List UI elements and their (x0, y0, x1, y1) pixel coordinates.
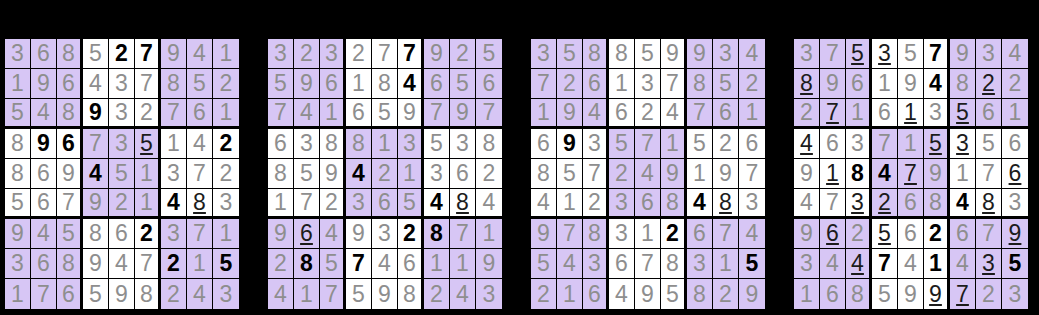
sudoku-cell: 6 (898, 189, 924, 219)
sudoku-cell: 4 (476, 189, 502, 219)
sudoku-cell: 5 (213, 249, 239, 279)
sudoku-cell: 1 (476, 219, 502, 249)
sudoku-cell: 1 (898, 99, 924, 129)
sudoku-cell: 8 (5, 159, 31, 189)
sudoku-cell: 5 (557, 39, 583, 69)
sudoku-cell: 2 (583, 189, 609, 219)
sudoku-cell: 7 (635, 249, 661, 279)
sudoku-cell: 7 (872, 249, 898, 279)
sudoku-cell: 2 (476, 159, 502, 189)
sudoku-cell: 3 (161, 219, 187, 249)
sudoku-cell: 4 (320, 219, 346, 249)
sudoku-cell: 5 (846, 39, 872, 69)
sudoku-cell: 1 (924, 249, 950, 279)
sudoku-cell: 4 (372, 249, 398, 279)
sudoku-cell: 9 (661, 159, 687, 189)
sudoku-cell: 9 (687, 39, 713, 69)
sudoku-cell: 8 (531, 159, 557, 189)
sudoku-cell: 8 (794, 69, 820, 99)
sudoku-cell: 6 (583, 69, 609, 99)
sudoku-cell: 8 (5, 129, 31, 159)
sudoku-cell: 7 (187, 159, 213, 189)
sudoku-cell: 7 (898, 159, 924, 189)
sudoku-cell: 7 (31, 279, 57, 309)
sudoku-cell: 9 (661, 39, 687, 69)
sudoku-cell: 1 (739, 99, 765, 129)
sudoku-cell: 8 (398, 279, 424, 309)
sudoku-cell: 4 (794, 189, 820, 219)
sudoku-cell: 8 (83, 219, 109, 249)
sudoku-cell: 4 (557, 249, 583, 279)
sudoku-cell: 8 (57, 99, 83, 129)
sudoku-cell: 7 (294, 189, 320, 219)
sudoku-cell: 1 (213, 219, 239, 249)
sudoku-cell: 5 (1002, 249, 1028, 279)
sudoku-cell: 6 (820, 279, 846, 309)
sudoku-cell: 9 (161, 39, 187, 69)
sudoku-cell: 3 (583, 129, 609, 159)
sudoku-cell: 2 (109, 39, 135, 69)
sudoku-cell: 5 (109, 159, 135, 189)
sudoku-cell: 1 (5, 69, 31, 99)
sudoku-cell: 9 (924, 159, 950, 189)
sudoku-cell: 1 (635, 219, 661, 249)
sudoku-cell: 6 (372, 189, 398, 219)
sudoku-cell: 2 (609, 159, 635, 189)
sudoku-cell: 6 (872, 99, 898, 129)
sudoku-cell: 8 (661, 249, 687, 279)
sudoku-cell: 1 (950, 159, 976, 189)
sudoku-cell: 7 (687, 99, 713, 129)
sudoku-cell: 1 (320, 99, 346, 129)
sudoku-cell: 1 (687, 159, 713, 189)
sudoku-cell: 7 (187, 219, 213, 249)
sudoku-cell: 8 (846, 279, 872, 309)
sudoku-cell: 3 (1002, 189, 1028, 219)
sudoku-cell: 4 (424, 189, 450, 219)
sudoku-cell: 5 (187, 69, 213, 99)
sudoku-cell: 4 (794, 129, 820, 159)
sudoku-cell: 6 (346, 99, 372, 129)
sudoku-cell: 9 (531, 219, 557, 249)
sudoku-cell: 4 (950, 249, 976, 279)
sudoku-cell: 1 (898, 129, 924, 159)
sudoku-cell: 4 (872, 159, 898, 189)
sudoku-cell: 6 (820, 219, 846, 249)
sudoku-cell: 4 (346, 159, 372, 189)
sudoku-cell: 8 (687, 69, 713, 99)
sudoku-cell: 5 (950, 99, 976, 129)
sudoku-cell: 7 (161, 99, 187, 129)
sudoku-cell: 3 (161, 159, 187, 189)
sudoku-cell: 6 (531, 129, 557, 159)
sudoku-cell: 6 (109, 219, 135, 249)
sudoku-cell: 9 (713, 159, 739, 189)
sudoku-cell: 2 (794, 99, 820, 129)
sudoku-cell: 6 (31, 39, 57, 69)
sudoku-cell: 2 (1002, 69, 1028, 99)
sudoku-cell: 3 (5, 249, 31, 279)
sudoku-cell: 5 (898, 39, 924, 69)
sudoku-cell: 9 (372, 279, 398, 309)
sudoku-cell: 5 (5, 99, 31, 129)
sudoku-cell: 6 (57, 279, 83, 309)
sudoku-cell: 6 (320, 69, 346, 99)
sudoku-cell: 7 (635, 129, 661, 159)
sudoku-cell: 2 (872, 189, 898, 219)
sudoku-cell: 3 (976, 39, 1002, 69)
sudoku-cell: 3 (635, 69, 661, 99)
sudoku-cell: 3 (320, 39, 346, 69)
sudoku-cell: 2 (739, 69, 765, 99)
sudoku-cell: 5 (609, 129, 635, 159)
sudoku-cell: 7 (372, 39, 398, 69)
sudoku-cell: 2 (320, 189, 346, 219)
sudoku-cell: 2 (846, 219, 872, 249)
sudoku-cell: 9 (346, 219, 372, 249)
sudoku-cell: 7 (924, 39, 950, 69)
sudoku-cell: 8 (187, 189, 213, 219)
sudoku-cell: 2 (213, 159, 239, 189)
sudoku-cell: 8 (268, 159, 294, 189)
sudoku-cell: 7 (424, 99, 450, 129)
sudoku-cell: 7 (976, 219, 1002, 249)
sudoku-cell: 9 (268, 219, 294, 249)
sudoku-cell: 2 (109, 189, 135, 219)
sudoku-cell: 6 (424, 69, 450, 99)
sudoku-cell: 2 (557, 69, 583, 99)
sudoku-cell: 9 (31, 69, 57, 99)
sudoku-cell: 6 (898, 219, 924, 249)
sudoku-cell: 9 (83, 99, 109, 129)
sudoku-cell: 2 (976, 279, 1002, 309)
sudoku-cell: 3 (846, 129, 872, 159)
sudoku-cell: 8 (583, 39, 609, 69)
sudoku-cell: 3 (346, 189, 372, 219)
sudoku-cell: 9 (820, 69, 846, 99)
sudoku-cell: 5 (83, 279, 109, 309)
sudoku-cell: 4 (1002, 39, 1028, 69)
sudoku-cell: 8 (161, 69, 187, 99)
sudoku-cell: 8 (846, 159, 872, 189)
sudoku-cell: 4 (83, 159, 109, 189)
sudoku-cell: 5 (976, 129, 1002, 159)
sudoku-cell: 4 (268, 279, 294, 309)
sudoku-cell: 9 (898, 279, 924, 309)
sudoku-cell: 4 (31, 219, 57, 249)
sudoku-cell: 6 (739, 129, 765, 159)
sudoku-cell: 6 (609, 99, 635, 129)
sudoku-grid-3: 3588599347261378521946247616935715268572… (529, 37, 767, 311)
sudoku-cell: 7 (583, 159, 609, 189)
sudoku-grid-2: 3232779255961846567416597976388135388594… (266, 37, 504, 311)
sudoku-cell: 3 (109, 129, 135, 159)
sudoku-cell: 5 (398, 189, 424, 219)
sudoku-cell: 3 (268, 39, 294, 69)
sudoku-cell: 4 (109, 249, 135, 279)
sudoku-cell: 7 (398, 39, 424, 69)
sudoku-cell: 4 (450, 279, 476, 309)
sudoku-cell: 2 (924, 219, 950, 249)
sudoku-cell: 6 (1002, 159, 1028, 189)
sudoku-cell: 2 (372, 159, 398, 189)
sudoku-cell: 4 (83, 69, 109, 99)
sudoku-cell: 1 (820, 159, 846, 189)
sudoku-cell: 4 (294, 99, 320, 129)
sudoku-cell: 3 (294, 129, 320, 159)
sudoku-cell: 3 (450, 129, 476, 159)
boards-row: 3685279411964378525489327618967351428694… (3, 37, 1030, 311)
sudoku-cell: 3 (687, 249, 713, 279)
sudoku-cell: 4 (398, 69, 424, 99)
sudoku-cell: 6 (31, 189, 57, 219)
sudoku-cell: 8 (135, 279, 161, 309)
sudoku-cell: 2 (135, 219, 161, 249)
sudoku-cell: 1 (161, 129, 187, 159)
sudoku-cell: 7 (557, 219, 583, 249)
sudoku-cell: 7 (83, 129, 109, 159)
sudoku-cell: 6 (31, 159, 57, 189)
sudoku-cell: 9 (557, 129, 583, 159)
sudoku-cell: 8 (450, 189, 476, 219)
sudoku-cell: 3 (794, 249, 820, 279)
sudoku-cell: 8 (57, 39, 83, 69)
sudoku-cell: 6 (976, 99, 1002, 129)
sudoku-cell: 5 (83, 39, 109, 69)
sudoku-cell: 3 (872, 39, 898, 69)
sudoku-cell: 2 (661, 219, 687, 249)
sudoku-cell: 7 (135, 249, 161, 279)
sudoku-cell: 5 (5, 189, 31, 219)
sudoku-cell: 1 (531, 99, 557, 129)
sudoku-cell: 1 (661, 129, 687, 159)
sudoku-cell: 3 (531, 39, 557, 69)
sudoku-cell: 5 (372, 99, 398, 129)
sudoku-cell: 5 (635, 39, 661, 69)
sudoku-cell: 5 (872, 279, 898, 309)
sudoku-cell: 7 (820, 99, 846, 129)
sudoku-cell: 5 (661, 279, 687, 309)
sudoku-cell: 8 (424, 219, 450, 249)
sudoku-cell: 3 (213, 189, 239, 219)
sudoku-cell: 5 (924, 129, 950, 159)
sudoku-cell: 1 (1002, 99, 1028, 129)
sudoku-cell: 2 (976, 69, 1002, 99)
sudoku-cell: 2 (135, 99, 161, 129)
sudoku-cell: 9 (31, 129, 57, 159)
sudoku-cell: 4 (187, 129, 213, 159)
sudoku-cell: 6 (713, 99, 739, 129)
sudoku-cell: 4 (187, 279, 213, 309)
sudoku-cell: 5 (476, 39, 502, 69)
sudoku-cell: 6 (268, 129, 294, 159)
sudoku-cell: 7 (531, 69, 557, 99)
sudoku-cell: 2 (450, 39, 476, 69)
sudoku-cell: 3 (794, 39, 820, 69)
sudoku-cell: 5 (872, 219, 898, 249)
sudoku-cell: 5 (135, 129, 161, 159)
sudoku-cell: 3 (476, 279, 502, 309)
sudoku-cell: 4 (609, 279, 635, 309)
sudoku-cell: 9 (294, 69, 320, 99)
sudoku-cell: 6 (398, 249, 424, 279)
sudoku-cell: 3 (109, 69, 135, 99)
sudoku-cell: 7 (450, 219, 476, 249)
sudoku-grid-4: 3753579348961948222716135614637153569184… (792, 37, 1030, 311)
sudoku-cell: 6 (450, 159, 476, 189)
sudoku-cell: 4 (739, 219, 765, 249)
sudoku-cell: 6 (820, 129, 846, 159)
sudoku-cell: 1 (213, 99, 239, 129)
sudoku-cell: 4 (950, 189, 976, 219)
sudoku-cell: 6 (635, 189, 661, 219)
sudoku-cell: 7 (135, 69, 161, 99)
sudoku-cell: 2 (398, 219, 424, 249)
sudoku-cell: 2 (213, 69, 239, 99)
sudoku-cell: 8 (661, 189, 687, 219)
sudoku-cell: 6 (187, 99, 213, 129)
sudoku-cell: 3 (950, 129, 976, 159)
sudoku-cell: 7 (320, 279, 346, 309)
sudoku-cell: 2 (635, 99, 661, 129)
sudoku-cell: 9 (557, 99, 583, 129)
sudoku-cell: 3 (976, 249, 1002, 279)
sudoku-cell: 4 (739, 39, 765, 69)
sudoku-cell: 3 (713, 39, 739, 69)
sudoku-cell: 1 (450, 249, 476, 279)
sudoku-cell: 1 (268, 189, 294, 219)
sudoku-cell: 2 (424, 279, 450, 309)
sudoku-cell: 1 (372, 129, 398, 159)
sudoku-cell: 6 (294, 219, 320, 249)
sudoku-grid-1: 3685279411964378525489327618967351428694… (3, 37, 241, 311)
sudoku-cell: 2 (161, 249, 187, 279)
sudoku-cell: 7 (57, 189, 83, 219)
sudoku-cell: 9 (398, 99, 424, 129)
sudoku-cell: 4 (583, 99, 609, 129)
sudoku-cell: 2 (294, 39, 320, 69)
sudoku-cell: 7 (820, 39, 846, 69)
sudoku-cell: 9 (794, 159, 820, 189)
sudoku-cell: 1 (872, 69, 898, 99)
sudoku-cell: 9 (424, 39, 450, 69)
sudoku-cell: 8 (372, 69, 398, 99)
sudoku-cell: 7 (872, 129, 898, 159)
sudoku-cell: 3 (213, 279, 239, 309)
sudoku-cell: 9 (83, 189, 109, 219)
sudoku-cell: 9 (635, 279, 661, 309)
sudoku-cell: 1 (794, 279, 820, 309)
sudoku-cell: 1 (187, 249, 213, 279)
sudoku-cell: 9 (739, 279, 765, 309)
sudoku-cell: 4 (187, 39, 213, 69)
sudoku-cell: 2 (713, 279, 739, 309)
sudoku-cell: 4 (924, 69, 950, 99)
sudoku-cell: 8 (924, 189, 950, 219)
sudoku-cell: 7 (268, 99, 294, 129)
sudoku-cell: 4 (161, 189, 187, 219)
sudoku-cell: 5 (57, 219, 83, 249)
sudoku-cell: 1 (213, 39, 239, 69)
sudoku-cell: 7 (346, 249, 372, 279)
sudoku-cell: 3 (609, 189, 635, 219)
sudoku-cell: 8 (346, 129, 372, 159)
sudoku-cell: 8 (950, 69, 976, 99)
sudoku-cell: 3 (924, 99, 950, 129)
sudoku-cell: 6 (687, 219, 713, 249)
sudoku-cell: 1 (5, 279, 31, 309)
sudoku-cell: 8 (476, 129, 502, 159)
sudoku-cell: 7 (976, 159, 1002, 189)
sudoku-cell: 7 (135, 39, 161, 69)
sudoku-cell: 4 (846, 249, 872, 279)
sudoku-boards-figure: 3685279411964378525489327618967351428694… (0, 0, 1039, 315)
sudoku-cell: 8 (609, 39, 635, 69)
sudoku-cell: 1 (557, 279, 583, 309)
sudoku-cell: 1 (713, 249, 739, 279)
sudoku-cell: 1 (609, 69, 635, 99)
sudoku-cell: 8 (687, 279, 713, 309)
sudoku-cell: 1 (346, 69, 372, 99)
sudoku-cell: 9 (924, 279, 950, 309)
sudoku-cell: 9 (450, 99, 476, 129)
sudoku-cell: 7 (661, 69, 687, 99)
sudoku-cell: 8 (57, 249, 83, 279)
sudoku-cell: 6 (609, 249, 635, 279)
sudoku-cell: 9 (950, 39, 976, 69)
sudoku-cell: 1 (398, 159, 424, 189)
sudoku-cell: 2 (346, 39, 372, 69)
sudoku-cell: 9 (898, 69, 924, 99)
sudoku-cell: 1 (424, 249, 450, 279)
sudoku-cell: 3 (109, 99, 135, 129)
sudoku-cell: 4 (898, 249, 924, 279)
sudoku-cell: 2 (531, 279, 557, 309)
sudoku-cell: 3 (372, 219, 398, 249)
sudoku-cell: 6 (476, 69, 502, 99)
sudoku-cell: 6 (57, 69, 83, 99)
sudoku-cell: 8 (294, 249, 320, 279)
sudoku-cell: 6 (57, 129, 83, 159)
sudoku-cell: 4 (31, 99, 57, 129)
sudoku-cell: 5 (531, 249, 557, 279)
sudoku-cell: 5 (294, 159, 320, 189)
sudoku-cell: 1 (557, 189, 583, 219)
sudoku-cell: 9 (794, 219, 820, 249)
sudoku-cell: 4 (661, 99, 687, 129)
sudoku-cell: 8 (976, 189, 1002, 219)
sudoku-cell: 3 (846, 189, 872, 219)
sudoku-cell: 4 (531, 189, 557, 219)
sudoku-cell: 5 (346, 279, 372, 309)
sudoku-cell: 9 (320, 159, 346, 189)
sudoku-cell: 9 (476, 249, 502, 279)
sudoku-cell: 9 (1002, 219, 1028, 249)
sudoku-cell: 6 (950, 219, 976, 249)
sudoku-cell: 6 (846, 69, 872, 99)
sudoku-cell: 1 (846, 99, 872, 129)
sudoku-cell: 3 (424, 159, 450, 189)
sudoku-cell: 1 (135, 189, 161, 219)
sudoku-cell: 2 (713, 129, 739, 159)
sudoku-cell: 8 (713, 189, 739, 219)
sudoku-cell: 7 (476, 99, 502, 129)
sudoku-cell: 5 (424, 129, 450, 159)
sudoku-cell: 3 (739, 189, 765, 219)
sudoku-cell: 2 (213, 129, 239, 159)
sudoku-cell: 3 (609, 219, 635, 249)
sudoku-cell: 4 (687, 189, 713, 219)
